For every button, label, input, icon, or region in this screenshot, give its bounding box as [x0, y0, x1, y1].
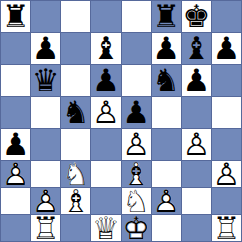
- white-queen-piece[interactable]: ♛♕: [91, 215, 120, 241]
- square-g1[interactable]: [182, 215, 211, 241]
- white-piece-outline: ♙: [152, 188, 181, 214]
- square-h7[interactable]: ♟: [212, 33, 241, 64]
- black-bishop-piece[interactable]: ♝: [182, 33, 211, 64]
- black-pawn-piece[interactable]: ♟: [31, 33, 60, 64]
- white-piece-outline: ♙: [182, 129, 211, 160]
- square-c7[interactable]: [61, 33, 90, 64]
- white-pawn-piece[interactable]: ♟♙: [91, 97, 120, 128]
- black-rook-piece[interactable]: ♜: [1, 1, 30, 32]
- square-a5[interactable]: [1, 97, 30, 128]
- white-pawn-piece[interactable]: ♟♙: [1, 161, 30, 187]
- white-piece-outline: ♙: [91, 97, 120, 128]
- square-b6[interactable]: ♛: [31, 65, 60, 96]
- square-a2[interactable]: [1, 188, 30, 214]
- square-g3[interactable]: [182, 161, 211, 187]
- square-c5[interactable]: ♞: [61, 97, 90, 128]
- square-g6[interactable]: ♟: [182, 65, 211, 96]
- square-h8[interactable]: [212, 1, 241, 32]
- square-c6[interactable]: [61, 65, 90, 96]
- square-h6[interactable]: [212, 65, 241, 96]
- square-d6[interactable]: ♟: [91, 65, 120, 96]
- square-b8[interactable]: [31, 1, 60, 32]
- black-queen-piece[interactable]: ♛: [31, 65, 60, 96]
- square-a3[interactable]: ♟♙: [1, 161, 30, 187]
- chess-board: ♜♜♚♟♝♟♝♟♛♟♞♟♞♟♙♟♟♟♙♟♙♟♙♞♘♝♗♟♙♟♙♝♗♞♘♟♙♜♖♛…: [0, 0, 242, 242]
- black-pawn-piece[interactable]: ♟: [212, 33, 241, 64]
- square-e5[interactable]: ♟: [122, 97, 151, 128]
- square-e8[interactable]: [122, 1, 151, 32]
- white-king-piece[interactable]: ♚♔: [122, 215, 151, 241]
- square-c2[interactable]: ♝♗: [61, 188, 90, 214]
- white-piece-outline: ♕: [91, 215, 120, 241]
- white-piece-outline: ♙: [212, 161, 241, 187]
- square-g2[interactable]: [182, 188, 211, 214]
- black-bishop-piece[interactable]: ♝: [91, 33, 120, 64]
- white-pawn-piece[interactable]: ♟♙: [152, 188, 181, 214]
- black-pawn-piece[interactable]: ♟: [182, 65, 211, 96]
- white-pawn-piece[interactable]: ♟♙: [182, 129, 211, 160]
- square-f8[interactable]: ♜: [152, 1, 181, 32]
- square-h3[interactable]: ♟♙: [212, 161, 241, 187]
- black-pawn-piece[interactable]: ♟: [152, 33, 181, 64]
- white-piece-outline: ♙: [1, 161, 30, 187]
- square-f1[interactable]: [152, 215, 181, 241]
- square-d7[interactable]: ♝: [91, 33, 120, 64]
- square-b5[interactable]: [31, 97, 60, 128]
- square-g7[interactable]: ♝: [182, 33, 211, 64]
- square-a1[interactable]: [1, 215, 30, 241]
- square-h5[interactable]: [212, 97, 241, 128]
- white-piece-outline: ♖: [212, 215, 241, 241]
- black-rook-piece[interactable]: ♜: [152, 1, 181, 32]
- square-f7[interactable]: ♟: [152, 33, 181, 64]
- black-knight-piece[interactable]: ♞: [152, 65, 181, 96]
- square-g4[interactable]: ♟♙: [182, 129, 211, 160]
- square-f2[interactable]: ♟♙: [152, 188, 181, 214]
- black-knight-piece[interactable]: ♞: [61, 97, 90, 128]
- square-c1[interactable]: [61, 215, 90, 241]
- square-b7[interactable]: ♟: [31, 33, 60, 64]
- black-pawn-piece[interactable]: ♟: [122, 97, 151, 128]
- square-g5[interactable]: [182, 97, 211, 128]
- square-f5[interactable]: [152, 97, 181, 128]
- square-a6[interactable]: [1, 65, 30, 96]
- square-d3[interactable]: [91, 161, 120, 187]
- square-a7[interactable]: [1, 33, 30, 64]
- square-g8[interactable]: ♚: [182, 1, 211, 32]
- square-e6[interactable]: [122, 65, 151, 96]
- chess-diagram: ♜♜♚♟♝♟♝♟♛♟♞♟♞♟♙♟♟♟♙♟♙♟♙♞♘♝♗♟♙♟♙♝♗♞♘♟♙♜♖♛…: [0, 0, 242, 242]
- square-h1[interactable]: ♜♖: [212, 215, 241, 241]
- square-e7[interactable]: [122, 33, 151, 64]
- square-e1[interactable]: ♚♔: [122, 215, 151, 241]
- black-pawn-piece[interactable]: ♟: [91, 65, 120, 96]
- black-king-piece[interactable]: ♚: [182, 1, 211, 32]
- white-bishop-piece[interactable]: ♝♗: [61, 188, 90, 214]
- white-piece-outline: ♔: [122, 215, 151, 241]
- white-rook-piece[interactable]: ♜♖: [31, 215, 60, 241]
- square-a8[interactable]: ♜: [1, 1, 30, 32]
- square-b1[interactable]: ♜♖: [31, 215, 60, 241]
- white-piece-outline: ♗: [61, 188, 90, 214]
- square-d4[interactable]: [91, 129, 120, 160]
- square-f4[interactable]: [152, 129, 181, 160]
- square-f6[interactable]: ♞: [152, 65, 181, 96]
- square-d1[interactable]: ♛♕: [91, 215, 120, 241]
- square-b4[interactable]: [31, 129, 60, 160]
- white-pawn-piece[interactable]: ♟♙: [212, 161, 241, 187]
- white-piece-outline: ♖: [31, 215, 60, 241]
- white-rook-piece[interactable]: ♜♖: [212, 215, 241, 241]
- square-d8[interactable]: [91, 1, 120, 32]
- square-d5[interactable]: ♟♙: [91, 97, 120, 128]
- square-c8[interactable]: [61, 1, 90, 32]
